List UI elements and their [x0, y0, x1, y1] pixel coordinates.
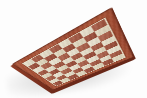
photo-canvas [0, 0, 147, 98]
